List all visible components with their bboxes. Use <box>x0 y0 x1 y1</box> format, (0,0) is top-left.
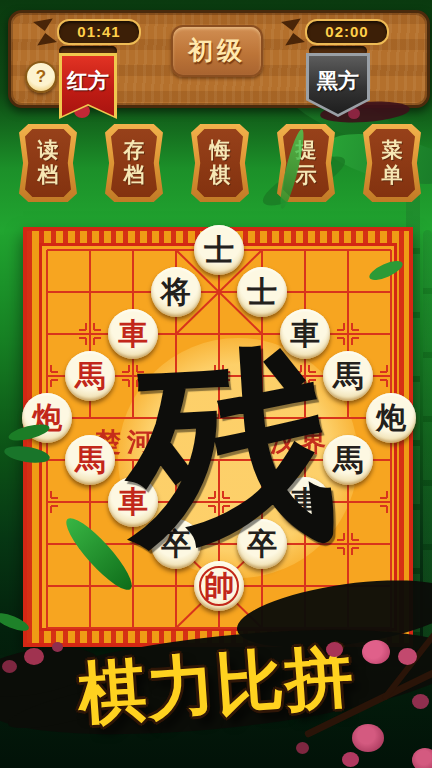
plum-blossom <box>412 748 432 768</box>
piece-black-4[interactable]: 車 <box>280 309 330 359</box>
black-side-label: 黑方 <box>317 67 359 95</box>
piece-red-5[interactable]: 馬 <box>65 351 115 401</box>
piece-black-2[interactable]: 士 <box>237 267 287 317</box>
plum-blossom <box>326 642 343 657</box>
piece-black-14[interactable]: 卒 <box>237 519 287 569</box>
red-side-label: 红方 <box>67 67 109 95</box>
piece-red-11[interactable]: 車 <box>108 477 158 527</box>
plum-blossom <box>342 752 359 767</box>
piece-red-3[interactable]: 車 <box>108 309 158 359</box>
app-root: 01:41 初级 02:00 ? 红方 黑方 读档存档悔棋提示菜单 楚河汉界 残… <box>0 0 432 768</box>
piece-black-6[interactable]: 馬 <box>323 351 373 401</box>
plum-blossom <box>52 642 63 652</box>
plum-blossom <box>352 724 384 752</box>
plum-blossom <box>412 694 429 709</box>
piece-black-13[interactable]: 卒 <box>151 519 201 569</box>
piece-black-10[interactable]: 馬 <box>323 435 373 485</box>
plum-blossom <box>362 640 390 664</box>
piece-red-9[interactable]: 馬 <box>65 435 115 485</box>
plum-blossom <box>24 648 44 665</box>
plum-blossom <box>2 660 17 673</box>
piece-red-15[interactable]: 帥 <box>194 561 244 611</box>
piece-black-12[interactable]: 車 <box>280 477 330 527</box>
piece-black-1[interactable]: 将 <box>151 267 201 317</box>
plum-blossom <box>296 742 309 754</box>
piece-black-0[interactable]: 士 <box>194 225 244 275</box>
plum-blossom <box>398 648 417 665</box>
piece-black-8[interactable]: 炮 <box>366 393 416 443</box>
